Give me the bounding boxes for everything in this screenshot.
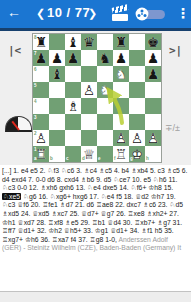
square-h1[interactable]: h [145,146,161,162]
square-g8[interactable] [129,34,145,50]
file-label: e [98,156,101,161]
square-e3[interactable] [97,114,113,130]
rank-label: 5 [34,83,37,88]
game-counter: 10 / 77 [47,5,90,20]
piece-black-pawn: ♟ [113,50,129,66]
piece-black-queen: ♛ [81,34,97,50]
back-icon[interactable]: ← [7,4,21,20]
clapperboard-icon[interactable] [112,6,130,21]
film-reel-icon [135,7,150,22]
square-h7[interactable]: ♟ [145,50,161,66]
piece-white-bishop-outline: ♗ [65,98,81,114]
rank-label: 4 [34,99,37,104]
evaluation-gauge [5,116,32,132]
square-h3[interactable] [145,114,161,130]
square-g6[interactable] [129,66,145,82]
piece-black-pawn: ♟ [145,66,161,82]
piece-black-rook: ♜ [33,34,49,50]
app-bar: ← ❮ 10 / 77 ❯ ⋮ [0,0,191,28]
piece-black-bishop: ♝ [65,34,81,50]
square-d3[interactable] [81,114,97,130]
square-g2[interactable]: ♟♙ [129,130,145,146]
square-c2[interactable] [65,130,81,146]
square-c4[interactable]: ♝♗ [65,98,81,114]
piece-black-bishop: ♝ [49,66,65,82]
piece-white-pawn-outline: ♙ [81,82,97,98]
square-h6[interactable]: ♟ [145,66,161,82]
square-b6[interactable]: ♝ [49,66,65,82]
square-h2[interactable]: ♟♙ [145,130,161,146]
engine-toggle[interactable] [135,7,167,21]
jump-to-end-button[interactable]: >| [169,44,182,57]
moves-before: [...] 1. e4 e5 2. ♘f3 ♘c6 3. ♗c4 ♗c5 4. … [2,167,187,191]
square-b8[interactable] [49,34,65,50]
square-e7[interactable]: ♞ [97,50,113,66]
square-b7[interactable]: ♟ [49,50,65,66]
piece-white-pawn-outline: ♙ [33,130,49,146]
rank-label: 3 [34,115,37,120]
clapperboard-body [112,14,128,21]
piece-black-king: ♚ [145,34,161,50]
square-g4[interactable] [129,98,145,114]
square-f1[interactable]: f♜♖ [113,146,129,162]
chess-board: 8♜♝♛♜♚7♟♟♟♞♟♟6♝♞♘♟5♟♙♞♘4♝♗32♟♙♟♙♟♙♟♙1a♜♖… [32,33,162,163]
piece-black-pawn: ♟ [65,50,81,66]
square-d2[interactable] [81,130,97,146]
clapperboard-top [112,4,129,14]
square-f3[interactable] [113,114,129,130]
evaluation-symbol-button[interactable]: ∓/± [165,123,180,133]
move-list[interactable]: [...] 1. e4 e5 2. ♘f3 ♘c6 3. ♗c4 ♗c5 4. … [0,165,191,253]
file-label: h [146,156,149,161]
square-d6[interactable] [81,66,97,82]
piece-white-queen-outline: ♕ [81,146,97,162]
square-b4[interactable] [49,98,65,114]
square-b2[interactable] [49,130,65,146]
square-a5[interactable]: 5 [33,82,49,98]
square-g5[interactable] [129,82,145,98]
piece-black-pawn: ♟ [33,50,49,66]
square-h5[interactable] [145,82,161,98]
square-e1[interactable]: e [97,146,113,162]
square-d7[interactable] [81,50,97,66]
square-f7[interactable]: ♟ [113,50,129,66]
piece-black-rook: ♜ [113,34,129,50]
piece-black-knight: ♞ [97,50,113,66]
overflow-menu-icon[interactable]: ⋮ [176,5,190,21]
bottom-panel-divider [0,291,191,302]
file-label: b [50,156,53,161]
square-f5[interactable] [113,82,129,98]
square-d4[interactable] [81,98,97,114]
square-a8[interactable]: 8♜ [33,34,49,50]
square-h4[interactable] [145,98,161,114]
square-f4[interactable] [113,98,129,114]
square-b3[interactable] [49,114,65,130]
square-b5[interactable] [49,82,65,98]
piece-white-king-outline: ♔ [129,146,145,162]
square-f6[interactable]: ♞♘ [113,66,129,82]
square-c6[interactable] [65,66,81,82]
square-d8[interactable]: ♛ [81,34,97,50]
piece-white-pawn-outline: ♙ [113,130,129,146]
square-c5[interactable] [65,82,81,98]
piece-black-pawn: ♟ [145,50,161,66]
square-f2[interactable]: ♟♙ [113,130,129,146]
square-e5[interactable]: ♞♘ [97,82,113,98]
square-e6[interactable] [97,66,113,82]
rank-label: 6 [34,67,37,72]
square-c7[interactable]: ♟ [65,50,81,66]
jump-to-start-button[interactable]: |< [8,44,21,57]
square-c3[interactable] [65,114,81,130]
file-label: c [66,156,69,161]
square-g1[interactable]: g♚♔ [129,146,145,162]
gauge-needle [11,121,19,131]
piece-black-pawn: ♟ [49,50,65,66]
next-move-button[interactable]: ❯ [88,7,97,20]
piece-white-rook-outline: ♖ [33,146,49,162]
square-d1[interactable]: d♛♕ [81,146,97,162]
square-d5[interactable]: ♟♙ [81,82,97,98]
square-b1[interactable]: b [49,146,65,162]
piece-white-knight-outline: ♘ [113,66,129,82]
square-h8[interactable]: ♚ [145,34,161,50]
current-move[interactable]: ♘xe5 [2,193,21,200]
square-a7[interactable]: 7♟ [33,50,49,66]
square-g7[interactable] [129,50,145,66]
prev-move-button[interactable]: ❮ [36,7,45,20]
square-e4[interactable] [97,98,113,114]
square-a2[interactable]: 2♟♙ [33,130,49,146]
square-f8[interactable]: ♜ [113,34,129,50]
piece-white-knight-outline: ♘ [97,82,113,98]
app-window: ← ❮ 10 / 77 ❯ ⋮ |< >| ∓/± 8♜♝♛♜♚7♟♟♟ [0,0,191,302]
piece-white-rook-outline: ♖ [113,146,129,162]
square-a4[interactable]: 4 [33,98,49,114]
square-c1[interactable]: c [65,146,81,162]
square-a6[interactable]: 6 [33,66,49,82]
square-e2[interactable] [97,130,113,146]
square-e8[interactable] [97,34,113,50]
square-c8[interactable]: ♝ [65,34,81,50]
piece-white-pawn-outline: ♙ [129,130,145,146]
square-a1[interactable]: 1a♜♖ [33,146,49,162]
piece-white-pawn-outline: ♙ [145,130,161,146]
square-a3[interactable]: 3 [33,114,49,130]
square-g3[interactable] [129,114,145,130]
